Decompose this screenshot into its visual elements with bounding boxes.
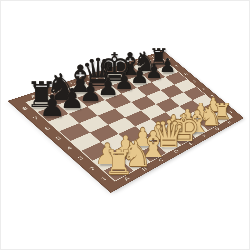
rank-label-1-left: 1 bbox=[100, 176, 108, 181]
rank-label-7-left: 7 bbox=[33, 116, 41, 121]
rank-label-4-right: 4 bbox=[201, 87, 206, 90]
chess-board: AABBCCDDEEFFGGHH1122334455667788 bbox=[9, 51, 243, 192]
rank-label-5-right: 5 bbox=[192, 80, 197, 83]
rank-label-1-right: 1 bbox=[229, 110, 234, 114]
file-label-c-front: C bbox=[158, 158, 165, 163]
file-label-b-front: B bbox=[141, 167, 148, 172]
file-label-h-front: H bbox=[227, 120, 233, 124]
rank-label-6-left: 6 bbox=[44, 126, 52, 131]
rank-label-2-right: 2 bbox=[219, 103, 224, 107]
rank-label-8-right: 8 bbox=[166, 58, 171, 61]
file-label-f-front: F bbox=[202, 134, 207, 138]
board-squares bbox=[25, 57, 233, 182]
file-label-a-front: A bbox=[123, 176, 131, 181]
rank-label-4-left: 4 bbox=[66, 146, 74, 151]
file-label-e-front: E bbox=[188, 141, 194, 145]
rank-label-6-right: 6 bbox=[184, 73, 189, 76]
rank-label-8-left: 8 bbox=[22, 107, 30, 112]
chess-set-photo: AABBCCDDEEFFGGHH1122334455667788 ♜♞♟♝♟♚♟… bbox=[0, 0, 250, 250]
rank-label-3-right: 3 bbox=[210, 95, 215, 98]
file-label-d-front: D bbox=[173, 149, 180, 154]
rank-label-2-left: 2 bbox=[89, 166, 97, 171]
rank-label-5-left: 5 bbox=[55, 136, 63, 141]
file-label-g-front: G bbox=[214, 127, 220, 131]
rank-label-3-left: 3 bbox=[78, 156, 86, 161]
rank-label-7-right: 7 bbox=[175, 65, 180, 68]
